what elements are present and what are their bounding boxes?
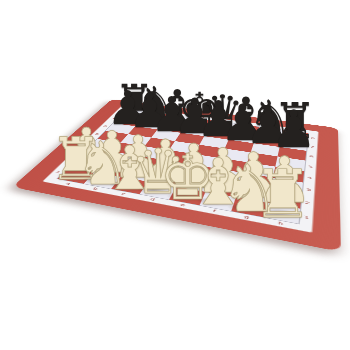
rank-label-right: 7 <box>310 146 314 149</box>
rank-label-right: 4 <box>307 176 312 180</box>
chess-board-mat: aa11bb22cc33dd44ee55ff66gg77hh88 <box>12 99 341 252</box>
rank-label-right: 1 <box>304 215 310 220</box>
file-label-bottom: g <box>244 215 250 220</box>
rank-label-right: 3 <box>306 188 311 192</box>
rank-label-right: 5 <box>308 165 313 168</box>
rank-label-right: 8 <box>311 137 315 140</box>
file-label-top: g <box>269 126 273 128</box>
rank-label-right: 6 <box>309 155 313 158</box>
product-photo: aa11bb22cc33dd44ee55ff66gg77hh88 ♜♞♝♟♚♟♛… <box>0 0 350 350</box>
file-label-top: h <box>294 129 298 131</box>
file-label-bottom: h <box>278 221 284 226</box>
rank-label-right: 2 <box>305 201 310 205</box>
